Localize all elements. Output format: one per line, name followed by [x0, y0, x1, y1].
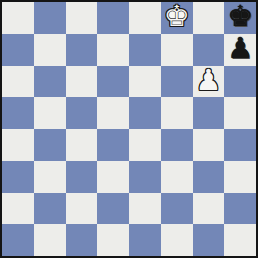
square-g1[interactable]: [193, 224, 225, 256]
square-g6[interactable]: ♟: [193, 66, 225, 98]
square-f8[interactable]: ♚: [161, 2, 193, 34]
square-a5[interactable]: [2, 97, 34, 129]
square-a2[interactable]: [2, 193, 34, 225]
square-g8[interactable]: [193, 2, 225, 34]
square-e3[interactable]: [129, 161, 161, 193]
square-e7[interactable]: [129, 34, 161, 66]
square-c4[interactable]: [66, 129, 98, 161]
piece-black-pawn[interactable]: ♟: [227, 34, 253, 63]
square-d4[interactable]: [97, 129, 129, 161]
square-c1[interactable]: [66, 224, 98, 256]
square-b6[interactable]: [34, 66, 66, 98]
square-d8[interactable]: [97, 2, 129, 34]
square-g2[interactable]: [193, 193, 225, 225]
square-c8[interactable]: [66, 2, 98, 34]
square-f5[interactable]: [161, 97, 193, 129]
square-h1[interactable]: [224, 224, 256, 256]
square-a3[interactable]: [2, 161, 34, 193]
square-g3[interactable]: [193, 161, 225, 193]
square-a4[interactable]: [2, 129, 34, 161]
square-a7[interactable]: [2, 34, 34, 66]
square-f3[interactable]: [161, 161, 193, 193]
square-b4[interactable]: [34, 129, 66, 161]
square-b7[interactable]: [34, 34, 66, 66]
square-e4[interactable]: [129, 129, 161, 161]
square-h6[interactable]: [224, 66, 256, 98]
square-e2[interactable]: [129, 193, 161, 225]
square-b8[interactable]: [34, 2, 66, 34]
square-h8[interactable]: ♚: [224, 2, 256, 34]
square-a8[interactable]: [2, 2, 34, 34]
square-h3[interactable]: [224, 161, 256, 193]
piece-white-king[interactable]: ♚: [164, 2, 190, 31]
piece-white-pawn[interactable]: ♟: [195, 66, 221, 95]
square-d7[interactable]: [97, 34, 129, 66]
square-d1[interactable]: [97, 224, 129, 256]
square-f2[interactable]: [161, 193, 193, 225]
square-d6[interactable]: [97, 66, 129, 98]
square-f7[interactable]: [161, 34, 193, 66]
square-e6[interactable]: [129, 66, 161, 98]
square-h5[interactable]: [224, 97, 256, 129]
square-d3[interactable]: [97, 161, 129, 193]
square-e1[interactable]: [129, 224, 161, 256]
square-g5[interactable]: [193, 97, 225, 129]
piece-black-king[interactable]: ♚: [227, 2, 253, 31]
square-e5[interactable]: [129, 97, 161, 129]
square-h7[interactable]: ♟: [224, 34, 256, 66]
square-h2[interactable]: [224, 193, 256, 225]
square-b1[interactable]: [34, 224, 66, 256]
square-b3[interactable]: [34, 161, 66, 193]
square-c5[interactable]: [66, 97, 98, 129]
chess-board: ♚♚♟♟: [2, 2, 256, 256]
square-c6[interactable]: [66, 66, 98, 98]
square-d2[interactable]: [97, 193, 129, 225]
square-g7[interactable]: [193, 34, 225, 66]
square-c3[interactable]: [66, 161, 98, 193]
square-f1[interactable]: [161, 224, 193, 256]
square-c2[interactable]: [66, 193, 98, 225]
square-f6[interactable]: [161, 66, 193, 98]
square-g4[interactable]: [193, 129, 225, 161]
square-b2[interactable]: [34, 193, 66, 225]
square-f4[interactable]: [161, 129, 193, 161]
square-e8[interactable]: [129, 2, 161, 34]
chess-board-frame: ♚♚♟♟: [0, 0, 258, 258]
square-b5[interactable]: [34, 97, 66, 129]
square-a1[interactable]: [2, 224, 34, 256]
square-h4[interactable]: [224, 129, 256, 161]
square-d5[interactable]: [97, 97, 129, 129]
square-a6[interactable]: [2, 66, 34, 98]
square-c7[interactable]: [66, 34, 98, 66]
